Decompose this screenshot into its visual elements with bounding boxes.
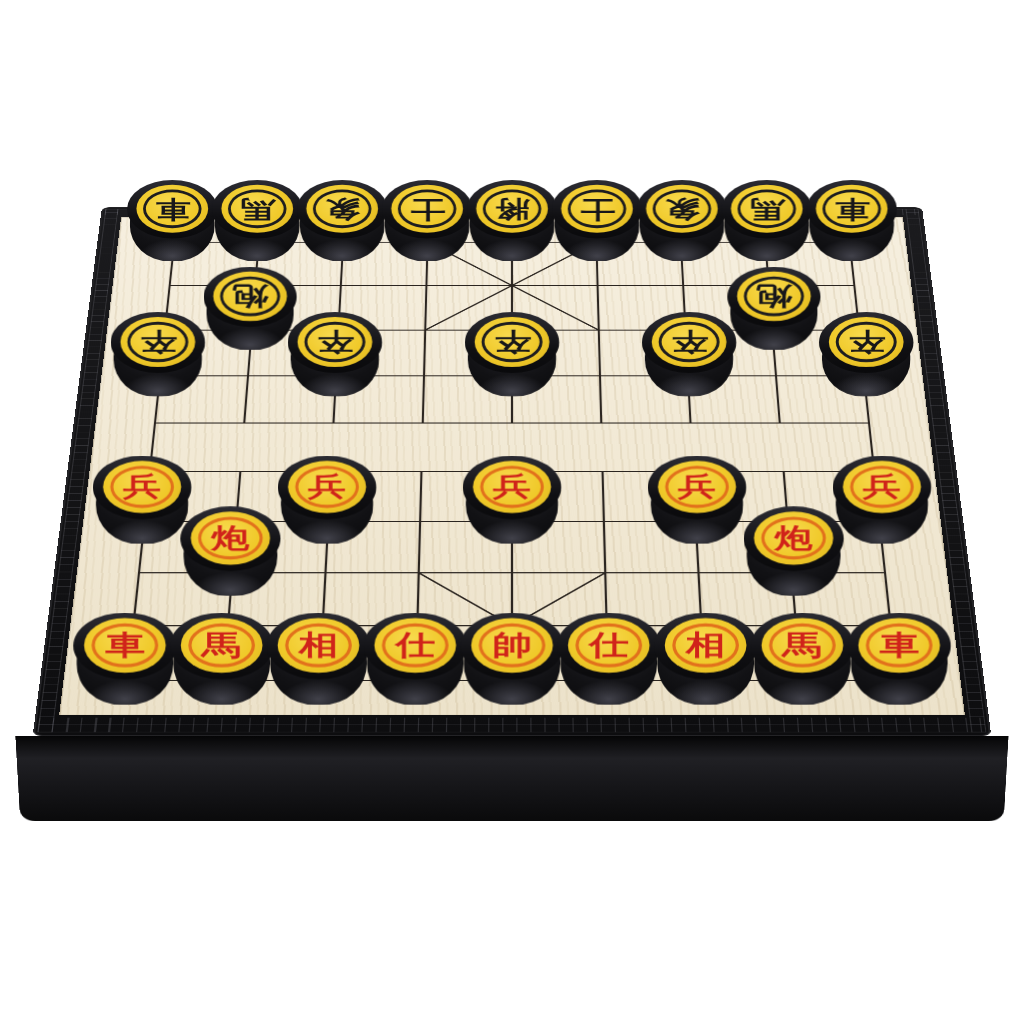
point-f1-r5 <box>107 399 201 447</box>
piece-top-rim: 車 <box>806 180 897 239</box>
point-f4-r1: 士 <box>385 221 471 264</box>
point-f7-r7: 兵 <box>649 496 744 547</box>
point-f8-r6 <box>737 447 831 496</box>
point-f2-r3: 炮 <box>206 308 296 353</box>
piece-black-horse[interactable]: 馬 <box>721 180 812 261</box>
piece-character: 馬 <box>202 631 242 659</box>
piece-character: 士 <box>579 196 614 220</box>
piece-black-soldier[interactable]: 卒 <box>819 312 913 397</box>
piece-top-rim: 馬 <box>721 180 812 239</box>
point-f2-r8: 炮 <box>183 547 280 599</box>
point-f3-r1: 象 <box>300 221 387 264</box>
point-f4-r8 <box>371 547 466 599</box>
piece-red-elephant[interactable]: 相 <box>654 612 757 704</box>
piece-black-elephant[interactable]: 象 <box>297 180 388 261</box>
piece-face: 車 <box>136 184 208 232</box>
piece-top-rim: 兵 <box>278 455 377 519</box>
piece-face: 相 <box>278 618 360 673</box>
frame-meander-ornament-bottom <box>37 718 986 733</box>
point-f2-r6 <box>193 447 287 496</box>
piece-character: 炮 <box>211 524 250 551</box>
piece-top-rim: 帥 <box>460 612 563 679</box>
piece-red-horse[interactable]: 馬 <box>751 612 854 704</box>
piece-red-chariot[interactable]: 車 <box>73 612 176 704</box>
point-f8-r8: 炮 <box>743 547 840 599</box>
piece-red-soldier[interactable]: 兵 <box>278 455 377 543</box>
piece-black-general[interactable]: 將 <box>467 180 558 261</box>
point-f6-r1: 士 <box>554 221 640 264</box>
point-f7-r5 <box>645 399 737 447</box>
piece-red-general[interactable]: 帥 <box>460 612 563 704</box>
piece-face: 車 <box>84 618 166 673</box>
piece-top-rim: 卒 <box>819 312 913 373</box>
point-f6-r4 <box>556 353 645 399</box>
piece-top-rim: 車 <box>127 180 218 239</box>
point-f4-r10: 仕 <box>367 653 465 708</box>
piece-top-rim: 車 <box>73 612 176 679</box>
point-f5-r1: 將 <box>470 221 555 264</box>
piece-face: 象 <box>306 184 378 232</box>
point-f7-r4: 卒 <box>643 353 733 399</box>
piece-face: 炮 <box>737 271 811 320</box>
piece-top-rim: 炮 <box>180 506 280 571</box>
piece-character: 馬 <box>749 196 784 220</box>
point-f9-r1: 車 <box>806 221 895 264</box>
piece-black-chariot[interactable]: 車 <box>806 180 897 261</box>
piece-face: 象 <box>646 184 718 232</box>
piece-face: 仕 <box>374 618 456 673</box>
piece-red-cannon[interactable]: 炮 <box>180 506 280 596</box>
point-f6-r10: 仕 <box>560 653 658 708</box>
piece-top-rim: 兵 <box>833 455 932 519</box>
point-f1-r4: 卒 <box>113 353 206 399</box>
piece-face: 炮 <box>191 511 270 564</box>
piece-top-rim: 卒 <box>465 312 559 373</box>
piece-black-cannon[interactable]: 炮 <box>204 266 297 349</box>
piece-face: 兵 <box>473 460 551 512</box>
point-f1-r2 <box>124 264 214 308</box>
point-f4-r2 <box>383 264 470 308</box>
piece-character: 馬 <box>782 631 822 659</box>
piece-character: 炮 <box>774 524 813 551</box>
piece-black-soldier[interactable]: 卒 <box>642 312 736 397</box>
point-f5-r4: 卒 <box>468 353 557 399</box>
point-f6-r3 <box>555 308 643 353</box>
piece-character: 馬 <box>240 196 275 220</box>
piece-top-rim: 象 <box>297 180 388 239</box>
piece-character: 卒 <box>848 329 884 354</box>
piece-top-rim: 仕 <box>557 612 660 679</box>
piece-top-rim: 兵 <box>463 455 562 519</box>
point-f9-r8 <box>836 547 935 599</box>
piece-top-rim: 馬 <box>170 612 273 679</box>
piece-face: 仕 <box>568 618 650 673</box>
point-f4-r5 <box>377 399 468 447</box>
piece-face: 卒 <box>120 317 195 367</box>
point-f5-r2 <box>469 264 555 308</box>
piece-red-horse[interactable]: 馬 <box>170 612 273 704</box>
piece-character: 帥 <box>492 631 532 659</box>
piece-red-elephant[interactable]: 相 <box>267 612 370 704</box>
piece-top-rim: 馬 <box>751 612 854 679</box>
piece-black-elephant[interactable]: 象 <box>637 180 728 261</box>
piece-black-soldier[interactable]: 卒 <box>288 312 382 397</box>
box-base-front <box>15 736 1008 821</box>
piece-top-rim: 卒 <box>288 312 382 373</box>
piece-character: 兵 <box>493 473 531 500</box>
piece-face: 卒 <box>829 317 904 367</box>
point-f4-r6 <box>375 447 467 496</box>
point-f4-r7 <box>373 496 466 547</box>
piece-character: 仕 <box>395 631 435 659</box>
point-f8-r5 <box>734 399 827 447</box>
point-f5-r8 <box>465 547 559 599</box>
point-f6-r7 <box>558 496 651 547</box>
piece-character: 炮 <box>756 283 792 308</box>
piece-face: 帥 <box>471 618 553 673</box>
point-f2-r5 <box>197 399 290 447</box>
piece-black-chariot[interactable]: 車 <box>127 180 218 261</box>
piece-character: 車 <box>155 196 190 220</box>
piece-character: 兵 <box>678 473 716 500</box>
piece-character: 仕 <box>589 631 629 659</box>
piece-face: 炮 <box>213 271 287 320</box>
piece-black-soldier[interactable]: 卒 <box>111 312 205 397</box>
piece-top-rim: 將 <box>467 180 558 239</box>
piece-face: 卒 <box>298 317 373 367</box>
xiangqi-board: 車馬象士將士象馬車炮炮卒卒卒卒卒兵兵兵兵兵炮炮車馬相仕帥仕相馬車 <box>33 207 992 736</box>
point-f7-r8 <box>651 547 747 599</box>
piece-face: 兵 <box>658 460 736 512</box>
point-f9-r10: 車 <box>846 653 948 708</box>
point-f3-r2 <box>297 264 385 308</box>
piece-black-advisor[interactable]: 士 <box>552 180 643 261</box>
point-f8-r3: 炮 <box>727 308 817 353</box>
point-f1-r1: 車 <box>130 221 219 264</box>
piece-character: 士 <box>410 196 445 220</box>
point-f6-r5 <box>556 399 647 447</box>
piece-red-chariot[interactable]: 車 <box>847 612 950 704</box>
piece-character: 象 <box>664 196 699 220</box>
piece-character: 將 <box>495 196 530 220</box>
piece-top-rim: 車 <box>847 612 950 679</box>
point-f3-r5 <box>287 399 379 447</box>
piece-face: 馬 <box>181 618 263 673</box>
point-f4-r3 <box>381 308 469 353</box>
piece-character: 卒 <box>494 329 530 354</box>
piece-face: 相 <box>665 618 747 673</box>
point-f3-r7: 兵 <box>281 496 376 547</box>
point-f8-r1: 馬 <box>722 221 810 264</box>
piece-top-rim: 馬 <box>212 180 303 239</box>
piece-face: 將 <box>476 184 548 232</box>
point-f3-r8 <box>277 547 373 599</box>
piece-grid: 車馬象士將士象馬車炮炮卒卒卒卒卒兵兵兵兵兵炮炮車馬相仕帥仕相馬車 <box>76 221 948 708</box>
piece-face: 車 <box>858 618 940 673</box>
piece-red-advisor[interactable]: 仕 <box>364 612 467 704</box>
point-f9-r2 <box>809 264 899 308</box>
piece-face: 炮 <box>754 511 833 564</box>
white-studio-background: { "game": "xiangqi", "position": { "fen"… <box>0 0 1024 1024</box>
piece-character: 車 <box>879 631 919 659</box>
piece-face: 兵 <box>288 460 366 512</box>
point-f9-r5 <box>822 399 916 447</box>
point-f8-r10: 馬 <box>750 653 851 708</box>
piece-black-horse[interactable]: 馬 <box>212 180 303 261</box>
point-f2-r10: 馬 <box>173 653 274 708</box>
piece-red-soldier[interactable]: 兵 <box>93 455 192 543</box>
point-f8-r4 <box>730 353 822 399</box>
piece-character: 象 <box>325 196 360 220</box>
point-f2-r4 <box>202 353 294 399</box>
point-f5-r10: 帥 <box>464 653 561 708</box>
point-f9-r7: 兵 <box>831 496 928 547</box>
piece-face: 士 <box>391 184 463 232</box>
point-f5-r7: 兵 <box>466 496 559 547</box>
piece-character: 卒 <box>671 329 707 354</box>
piece-red-soldier[interactable]: 兵 <box>463 455 562 543</box>
point-f1-r10: 車 <box>76 653 178 708</box>
point-f4-r4 <box>379 353 468 399</box>
piece-top-rim: 相 <box>267 612 370 679</box>
piece-character: 相 <box>299 631 339 659</box>
piece-face: 卒 <box>652 317 727 367</box>
piece-black-soldier[interactable]: 卒 <box>465 312 559 397</box>
piece-top-rim: 炮 <box>744 506 844 571</box>
piece-top-rim: 炮 <box>727 266 820 326</box>
point-f6-r2 <box>554 264 641 308</box>
piece-character: 卒 <box>140 329 176 354</box>
piece-face: 車 <box>816 184 888 232</box>
point-f1-r8 <box>89 547 188 599</box>
piece-top-rim: 兵 <box>648 455 747 519</box>
piece-character: 車 <box>834 196 869 220</box>
point-f7-r10: 相 <box>655 653 754 708</box>
board-surface: 車馬象士將士象馬車炮炮卒卒卒卒卒兵兵兵兵兵炮炮車馬相仕帥仕相馬車 <box>59 217 965 715</box>
piece-face: 兵 <box>843 460 921 512</box>
point-f9-r4: 卒 <box>818 353 911 399</box>
piece-character: 兵 <box>308 473 346 500</box>
point-f6-r6 <box>557 447 649 496</box>
piece-top-rim: 相 <box>654 612 757 679</box>
piece-top-rim: 士 <box>382 180 473 239</box>
piece-red-cannon[interactable]: 炮 <box>744 506 844 596</box>
piece-top-rim: 兵 <box>93 455 192 519</box>
piece-character: 車 <box>105 631 145 659</box>
piece-face: 馬 <box>731 184 803 232</box>
piece-top-rim: 炮 <box>204 266 297 326</box>
piece-top-rim: 象 <box>637 180 728 239</box>
point-f3-r4: 卒 <box>290 353 380 399</box>
point-f5-r5 <box>467 399 557 447</box>
piece-red-soldier[interactable]: 兵 <box>648 455 747 543</box>
piece-top-rim: 卒 <box>111 312 205 373</box>
piece-red-advisor[interactable]: 仕 <box>557 612 660 704</box>
piece-character: 兵 <box>863 473 901 500</box>
xiangqi-set-photo: 車馬象士將士象馬車炮炮卒卒卒卒卒兵兵兵兵兵炮炮車馬相仕帥仕相馬車 <box>0 0 1024 1024</box>
piece-character: 卒 <box>317 329 353 354</box>
piece-face: 卒 <box>475 317 550 367</box>
piece-black-advisor[interactable]: 士 <box>382 180 473 261</box>
point-f3-r10: 相 <box>270 653 369 708</box>
piece-top-rim: 仕 <box>364 612 467 679</box>
piece-character: 兵 <box>123 473 161 500</box>
point-f1-r7: 兵 <box>95 496 192 547</box>
piece-face: 兵 <box>103 460 181 512</box>
piece-top-rim: 卒 <box>642 312 736 373</box>
piece-red-soldier[interactable]: 兵 <box>833 455 932 543</box>
point-f7-r1: 象 <box>638 221 725 264</box>
piece-black-cannon[interactable]: 炮 <box>727 266 820 349</box>
piece-face: 馬 <box>761 618 843 673</box>
point-f6-r8 <box>558 547 653 599</box>
piece-top-rim: 士 <box>552 180 643 239</box>
piece-face: 士 <box>561 184 633 232</box>
point-f2-r1: 馬 <box>215 221 303 264</box>
piece-character: 炮 <box>232 283 268 308</box>
piece-character: 相 <box>686 631 726 659</box>
point-f7-r2 <box>639 264 727 308</box>
piece-face: 馬 <box>221 184 293 232</box>
